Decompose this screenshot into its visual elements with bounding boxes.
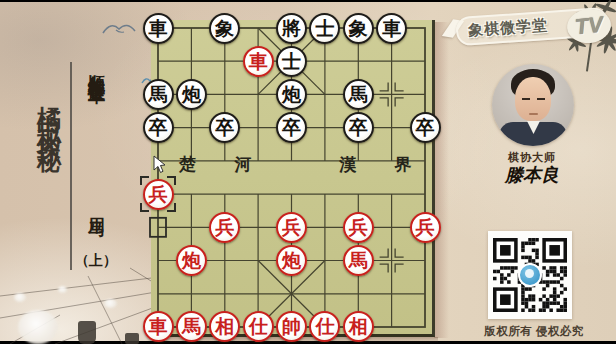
dark-piece-silhouette <box>78 321 96 344</box>
avatar-mouth <box>529 113 538 115</box>
lesson-subtitle: 用马 <box>85 204 108 212</box>
piece-black-炮[interactable]: 炮 <box>176 79 207 110</box>
lesson-title: 顺炮横车破直车 <box>85 61 108 75</box>
board-shadow <box>434 22 449 338</box>
dark-piece-silhouette <box>125 333 139 344</box>
crane-icon <box>100 18 138 40</box>
avatar-eye <box>522 98 530 100</box>
piece-black-象[interactable]: 象 <box>343 13 374 44</box>
qr-center-logo-icon <box>518 263 542 287</box>
piece-red-相[interactable]: 相 <box>343 311 374 342</box>
piece-black-卒[interactable]: 卒 <box>343 112 374 143</box>
piece-black-士[interactable]: 士 <box>309 13 340 44</box>
copyright-notice: 版权所有 侵权必究 <box>458 324 610 339</box>
piece-red-仕[interactable]: 仕 <box>243 311 274 342</box>
lesson-part: （上） <box>72 252 120 270</box>
instructor-name: 滕本良 <box>481 163 583 187</box>
mouse-cursor <box>153 155 167 174</box>
piece-black-卒[interactable]: 卒 <box>209 112 240 143</box>
piece-red-馬[interactable]: 馬 <box>343 245 374 276</box>
blurred-xiangqi-piece <box>14 293 26 302</box>
piece-red-炮[interactable]: 炮 <box>176 245 207 276</box>
blurred-xiangqi-piece <box>58 286 67 293</box>
piece-black-車[interactable]: 車 <box>376 13 407 44</box>
piece-red-兵[interactable]: 兵 <box>276 212 307 243</box>
avatar-eye <box>537 98 545 100</box>
piece-black-卒[interactable]: 卒 <box>276 112 307 143</box>
piece-black-將[interactable]: 將 <box>276 13 307 44</box>
piece-red-車[interactable]: 車 <box>243 46 274 77</box>
tv-badge-text: TV <box>574 12 605 41</box>
piece-red-炮[interactable]: 炮 <box>276 245 307 276</box>
video-frame: 橘中秘探秘 顺炮横车破直车 用马 （上） <box>0 0 616 344</box>
piece-black-卒[interactable]: 卒 <box>410 112 441 143</box>
piece-black-馬[interactable]: 馬 <box>343 79 374 110</box>
piece-black-象[interactable]: 象 <box>209 13 240 44</box>
piece-black-馬[interactable]: 馬 <box>143 79 174 110</box>
piece-black-車[interactable]: 車 <box>143 13 174 44</box>
series-title: 橘中秘探秘 <box>33 86 65 141</box>
instructor-avatar <box>492 64 574 146</box>
piece-red-兵[interactable]: 兵 <box>209 212 240 243</box>
channel-logo-text: 象棋微学堂 <box>467 16 548 41</box>
piece-black-卒[interactable]: 卒 <box>143 112 174 143</box>
blurred-xiangqi-piece <box>104 299 117 308</box>
piece-black-炮[interactable]: 炮 <box>276 79 307 110</box>
blurred-xiangqi-piece <box>18 310 58 344</box>
piece-layer: 車象將士象車車士馬炮炮馬卒卒卒卒卒兵兵兵兵兵炮炮馬車馬相仕帥仕相 <box>151 20 432 334</box>
piece-black-士[interactable]: 士 <box>276 46 307 77</box>
piece-red-車[interactable]: 車 <box>143 311 174 342</box>
piece-red-兵[interactable]: 兵 <box>410 212 441 243</box>
piece-red-兵[interactable]: 兵 <box>143 179 174 210</box>
piece-red-兵[interactable]: 兵 <box>343 212 374 243</box>
vertical-divider <box>70 62 72 270</box>
xiangqi-board[interactable]: 楚 河 漢 界 車象將士象車車士馬炮炮馬卒卒卒卒卒兵兵兵兵兵炮炮馬車馬相仕帥仕相 <box>151 20 435 337</box>
top-letterbox-bar <box>0 0 616 2</box>
